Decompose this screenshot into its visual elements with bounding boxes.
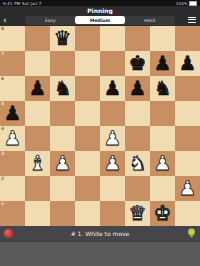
square-c1[interactable] — [50, 201, 75, 226]
rank-label-4: 4 — [1, 127, 4, 132]
square-b2[interactable] — [25, 176, 50, 201]
square-g5[interactable] — [150, 101, 175, 126]
square-g1[interactable]: ♚ — [150, 201, 175, 226]
square-d7[interactable] — [75, 51, 100, 76]
square-d2[interactable] — [75, 176, 100, 201]
status-time: 9:41 PM Sat Jan 7 — [3, 1, 42, 6]
nav-bar: Pinning — [0, 6, 200, 14]
control-bar: ‹ Easy Medium Hard — [0, 14, 200, 26]
tab-easy[interactable]: Easy — [26, 16, 76, 24]
square-c6[interactable]: ♞ — [50, 76, 75, 101]
square-f8[interactable] — [125, 26, 150, 51]
square-h5[interactable] — [175, 101, 200, 126]
square-e7[interactable] — [100, 51, 125, 76]
black-queen[interactable]: ♛ — [54, 26, 72, 51]
square-h6[interactable] — [175, 76, 200, 101]
black-king[interactable]: ♚ — [129, 51, 147, 76]
rank-label-6: 6 — [1, 77, 4, 82]
square-h4[interactable] — [175, 126, 200, 151]
white-pawn[interactable]: ♟ — [104, 151, 122, 176]
rank-label-7: 7 — [1, 52, 4, 57]
square-a5[interactable]: 5♟ — [0, 101, 25, 126]
square-e3[interactable]: ♟ — [100, 151, 125, 176]
square-e1[interactable] — [100, 201, 125, 226]
square-d5[interactable] — [75, 101, 100, 126]
tab-hard-label: Hard — [144, 18, 155, 23]
black-pawn[interactable]: ♟ — [129, 76, 147, 101]
black-pawn[interactable]: ♟ — [4, 101, 22, 126]
square-f1[interactable]: ♛ — [125, 201, 150, 226]
black-pawn[interactable]: ♟ — [104, 76, 122, 101]
square-f2[interactable] — [125, 176, 150, 201]
square-g6[interactable]: ♞ — [150, 76, 175, 101]
white-queen[interactable]: ♛ — [129, 201, 147, 226]
square-a3[interactable]: 3 — [0, 151, 25, 176]
tab-medium-label: Medium — [90, 18, 110, 23]
rank-label-5: 5 — [1, 102, 4, 107]
black-pawn[interactable]: ♟ — [179, 51, 197, 76]
square-h3[interactable] — [175, 151, 200, 176]
tab-medium[interactable]: Medium — [75, 16, 125, 24]
square-h7[interactable]: ♟ — [175, 51, 200, 76]
square-h8[interactable] — [175, 26, 200, 51]
square-c5[interactable] — [50, 101, 75, 126]
square-g2[interactable] — [150, 176, 175, 201]
square-d3[interactable] — [75, 151, 100, 176]
square-d1[interactable] — [75, 201, 100, 226]
white-pawn[interactable]: ♟ — [179, 176, 197, 201]
square-b6[interactable]: ♟ — [25, 76, 50, 101]
page-title: Pinning — [87, 7, 113, 14]
square-c7[interactable] — [50, 51, 75, 76]
square-f3[interactable]: ♞ — [125, 151, 150, 176]
tab-hard[interactable]: Hard — [125, 16, 175, 24]
rank-label-3: 3 — [1, 152, 4, 157]
white-king[interactable]: ♚ — [154, 201, 172, 226]
square-b3[interactable]: ♝ — [25, 151, 50, 176]
square-f6[interactable]: ♟ — [125, 76, 150, 101]
move-status-text: # 1. White to move — [71, 230, 130, 237]
square-g4[interactable] — [150, 126, 175, 151]
white-pawn[interactable]: ♟ — [104, 126, 122, 151]
square-b5[interactable] — [25, 101, 50, 126]
black-pawn[interactable]: ♟ — [154, 51, 172, 76]
square-b1[interactable] — [25, 201, 50, 226]
black-pawn[interactable]: ♟ — [29, 76, 47, 101]
square-h1[interactable] — [175, 201, 200, 226]
white-pawn[interactable]: ♟ — [154, 151, 172, 176]
square-h2[interactable]: ♟ — [175, 176, 200, 201]
square-c2[interactable] — [50, 176, 75, 201]
square-f7[interactable]: ♚ — [125, 51, 150, 76]
square-b7[interactable] — [25, 51, 50, 76]
square-g7[interactable]: ♟ — [150, 51, 175, 76]
tab-easy-label: Easy — [45, 18, 56, 23]
rank-label-8: 8 — [1, 27, 4, 32]
square-a8[interactable]: 8 — [0, 26, 25, 51]
square-f5[interactable] — [125, 101, 150, 126]
black-knight[interactable]: ♞ — [154, 76, 172, 101]
square-e5[interactable] — [100, 101, 125, 126]
square-a2[interactable]: 2 — [0, 176, 25, 201]
square-d6[interactable] — [75, 76, 100, 101]
square-c3[interactable]: ♟ — [50, 151, 75, 176]
empty-footer-area — [0, 242, 200, 266]
battery-icon — [189, 1, 197, 6]
square-g8[interactable] — [150, 26, 175, 51]
battery-percent: 100% — [176, 1, 188, 6]
square-c4[interactable] — [50, 126, 75, 151]
red-circle-icon[interactable] — [4, 229, 13, 238]
menu-icon[interactable] — [188, 17, 196, 23]
move-toolbar: # 1. White to move — [0, 226, 200, 242]
square-a7[interactable]: 7 — [0, 51, 25, 76]
hint-lightbulb-icon[interactable] — [187, 228, 196, 239]
black-knight[interactable]: ♞ — [54, 76, 72, 101]
back-button[interactable]: ‹ — [3, 15, 7, 25]
square-f4[interactable] — [125, 126, 150, 151]
square-d4[interactable] — [75, 126, 100, 151]
white-knight[interactable]: ♞ — [129, 151, 147, 176]
square-e6[interactable]: ♟ — [100, 76, 125, 101]
square-a4[interactable]: 4♟ — [0, 126, 25, 151]
battery-indicator: 100% — [176, 1, 197, 6]
square-e4[interactable]: ♟ — [100, 126, 125, 151]
square-b4[interactable] — [25, 126, 50, 151]
square-b8[interactable] — [25, 26, 50, 51]
white-pawn[interactable]: ♟ — [4, 126, 22, 151]
white-bishop[interactable]: ♝ — [29, 151, 47, 176]
square-a1[interactable]: 1 — [0, 201, 25, 226]
rank-label-2: 2 — [1, 177, 4, 182]
square-g3[interactable]: ♟ — [150, 151, 175, 176]
square-e8[interactable] — [100, 26, 125, 51]
difficulty-segmented-control: Easy Medium Hard — [25, 16, 175, 25]
square-a6[interactable]: 6 — [0, 76, 25, 101]
chess-board: 8♛7♚♟♟6♟♞♟♟♞5♟4♟♟3♝♟♟♞♟2♟1♛♚ — [0, 26, 200, 226]
white-pawn[interactable]: ♟ — [54, 151, 72, 176]
rank-label-1: 1 — [1, 202, 4, 207]
square-c8[interactable]: ♛ — [50, 26, 75, 51]
square-d8[interactable] — [75, 26, 100, 51]
square-e2[interactable] — [100, 176, 125, 201]
